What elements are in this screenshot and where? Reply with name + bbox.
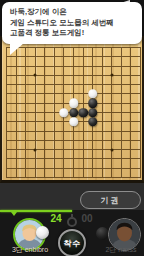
board-cell [73, 66, 83, 75]
board-cell [16, 131, 26, 140]
board-cell [92, 149, 102, 158]
board-cell [54, 47, 64, 56]
board-cell [102, 84, 112, 93]
board-cell [25, 168, 35, 177]
board-cell [44, 112, 54, 121]
board-cell [121, 103, 131, 112]
board-cell [44, 56, 54, 65]
board-cell [121, 131, 131, 140]
white-stone [69, 98, 79, 108]
board-cell [73, 168, 83, 177]
black-stone [78, 108, 88, 118]
board-cell [130, 84, 140, 93]
left-player-name: 3단 enbibro [0, 245, 60, 255]
board-cell [111, 131, 121, 140]
board-cell [63, 149, 73, 158]
board-cell [102, 158, 112, 167]
board-cell [130, 66, 140, 75]
board-cell [130, 75, 140, 84]
board-cell [130, 168, 140, 177]
black-stone [88, 108, 98, 118]
board-cell [63, 131, 73, 140]
board-cell [130, 56, 140, 65]
board-cell [92, 140, 102, 149]
board-cell [83, 168, 93, 177]
board-cell [16, 112, 26, 121]
board-cell [111, 47, 121, 56]
board-cell [102, 168, 112, 177]
board-cell [63, 47, 73, 56]
board-cell [121, 56, 131, 65]
promo-line-1: 바둑,장기에 이은 [10, 7, 142, 18]
white-stone [69, 117, 79, 127]
board-cell [16, 168, 26, 177]
board-cell [83, 66, 93, 75]
board-cell [44, 140, 54, 149]
resign-button[interactable]: 기권 [80, 191, 141, 209]
star-point [33, 148, 36, 151]
board-cell [44, 158, 54, 167]
board-cell [130, 149, 140, 158]
board-cell [111, 168, 121, 177]
board-cell [63, 168, 73, 177]
board-cell [54, 75, 64, 84]
black-stone [88, 98, 98, 108]
board-cell [102, 112, 112, 121]
board-cell [35, 168, 45, 177]
board-cell [121, 47, 131, 56]
board-cell [16, 75, 26, 84]
board-cell [83, 131, 93, 140]
app-screen: 바둑,장기에 이은 게임 스튜디오 모노몹의 세번째 고품격 정통 보드게임! … [0, 0, 144, 256]
board-cell [121, 168, 131, 177]
board-cell [6, 158, 16, 167]
board-cell [111, 112, 121, 121]
board-cell [25, 103, 35, 112]
star-point [111, 74, 114, 77]
board-cell [35, 93, 45, 102]
board-cell [130, 140, 140, 149]
board-cell [35, 158, 45, 167]
board-cell [25, 112, 35, 121]
board-cell [54, 84, 64, 93]
board-cell [130, 112, 140, 121]
board-cell [16, 84, 26, 93]
player-bar: 24 00 착수 3단 enbibro 2단 naxss [0, 210, 144, 256]
board-cell [121, 121, 131, 130]
black-stone [69, 108, 79, 118]
board-cell [16, 66, 26, 75]
black-stone [88, 117, 98, 127]
board-cell [16, 149, 26, 158]
board-cell [54, 66, 64, 75]
right-player-name: 2단 naxss [99, 245, 143, 255]
board-cell [63, 84, 73, 93]
board-cell [92, 158, 102, 167]
board-cell [102, 47, 112, 56]
promo-line-2: 게임 스튜디오 모노몹의 세번째 [10, 18, 142, 29]
promo-bubble: 바둑,장기에 이은 게임 스튜디오 모노몹의 세번째 고품격 정통 보드게임! [2, 2, 142, 44]
board-cell [25, 93, 35, 102]
board-cell [102, 75, 112, 84]
left-player-time: 24 [44, 213, 68, 224]
board-cell [83, 140, 93, 149]
board-cell [121, 140, 131, 149]
board-cell [44, 149, 54, 158]
board-cell [92, 168, 102, 177]
board-cell [6, 112, 16, 121]
board-cell [73, 149, 83, 158]
board-cell [111, 121, 121, 130]
board-cell [73, 47, 83, 56]
board-cell [54, 149, 64, 158]
board-cell [121, 112, 131, 121]
board-cell [111, 103, 121, 112]
board-cell [6, 140, 16, 149]
board-cell [130, 103, 140, 112]
board-cell [121, 75, 131, 84]
board-cell [44, 84, 54, 93]
board-cell [63, 140, 73, 149]
board-cell [44, 75, 54, 84]
board-cell [83, 56, 93, 65]
board-cell [54, 168, 64, 177]
board-cell [83, 75, 93, 84]
board-cell [25, 47, 35, 56]
board-cell [130, 47, 140, 56]
board-cell [16, 121, 26, 130]
board-cell [54, 158, 64, 167]
board-cell [92, 66, 102, 75]
board-cell [6, 66, 16, 75]
board-cell [16, 158, 26, 167]
board-cell [111, 158, 121, 167]
board-cell [6, 93, 16, 102]
board-cell [92, 75, 102, 84]
turn-indicator-notch [11, 212, 17, 216]
board-cell [102, 56, 112, 65]
board-cell [25, 56, 35, 65]
board-cell [92, 47, 102, 56]
board-cell [83, 158, 93, 167]
board-cell [111, 84, 121, 93]
board-cell [73, 75, 83, 84]
board-cell [16, 56, 26, 65]
board-cell [63, 158, 73, 167]
star-point [111, 148, 114, 151]
board-cell [63, 75, 73, 84]
board-cell [16, 103, 26, 112]
board-cell [102, 140, 112, 149]
board-cell [6, 103, 16, 112]
right-player-time: 00 [77, 213, 97, 224]
board-cell [54, 131, 64, 140]
board-cell [130, 121, 140, 130]
star-point [33, 74, 36, 77]
stopwatch-icon [67, 217, 77, 227]
board-cell [130, 131, 140, 140]
board-cell [121, 149, 131, 158]
board-cell [73, 158, 83, 167]
board-cell [6, 131, 16, 140]
board-cell [73, 84, 83, 93]
white-stone [88, 89, 98, 99]
board-cell [44, 131, 54, 140]
board-cell [121, 93, 131, 102]
board-cell [63, 56, 73, 65]
board-cell [35, 131, 45, 140]
board-cell [6, 56, 16, 65]
board-cell [35, 47, 45, 56]
board-cell [121, 66, 131, 75]
board-cell [54, 93, 64, 102]
board-cell [25, 131, 35, 140]
board-cell [25, 158, 35, 167]
board-cell [44, 47, 54, 56]
board-cell [92, 56, 102, 65]
left-player-stone-white [36, 226, 49, 239]
board-cell [44, 103, 54, 112]
board-cell [35, 84, 45, 93]
board-cell [6, 121, 16, 130]
board-cell [54, 56, 64, 65]
board-cell [121, 84, 131, 93]
board-cell [35, 140, 45, 149]
board-cell [92, 131, 102, 140]
place-stone-button[interactable]: 착수 [58, 229, 86, 256]
bubble-tail-bottom-left [10, 43, 24, 55]
board-cell [63, 66, 73, 75]
board-cell [16, 140, 26, 149]
board-cell [121, 158, 131, 167]
board-cell [83, 149, 93, 158]
omok-board[interactable] [0, 36, 144, 183]
board-cell [35, 103, 45, 112]
promo-line-3: 고품격 정통 보드게임! [10, 28, 142, 39]
board-cell [25, 84, 35, 93]
control-strip: 기권 [0, 183, 144, 210]
board-cell [73, 140, 83, 149]
board-cell [16, 93, 26, 102]
board-cell [102, 93, 112, 102]
board-cell [102, 131, 112, 140]
white-stone [59, 108, 69, 118]
board-cell [111, 93, 121, 102]
board-cell [6, 84, 16, 93]
board-cell [6, 75, 16, 84]
board-cell [111, 56, 121, 65]
board-cell [73, 131, 83, 140]
board-cell [6, 149, 16, 158]
board-cell [35, 112, 45, 121]
board-cell [44, 66, 54, 75]
board-cell [44, 121, 54, 130]
board-cell [44, 168, 54, 177]
board-cell [102, 103, 112, 112]
board-cell [35, 75, 45, 84]
board-cell [25, 121, 35, 130]
board-cell [6, 168, 16, 177]
board-cell [44, 93, 54, 102]
board-grid[interactable] [6, 47, 141, 178]
board-cell [130, 93, 140, 102]
board-cell [35, 121, 45, 130]
board-cell [54, 140, 64, 149]
board-cell [73, 56, 83, 65]
board-cell [35, 56, 45, 65]
board-cell [54, 121, 64, 130]
board-cell [102, 121, 112, 130]
board-cell [130, 158, 140, 167]
board-cell [83, 47, 93, 56]
